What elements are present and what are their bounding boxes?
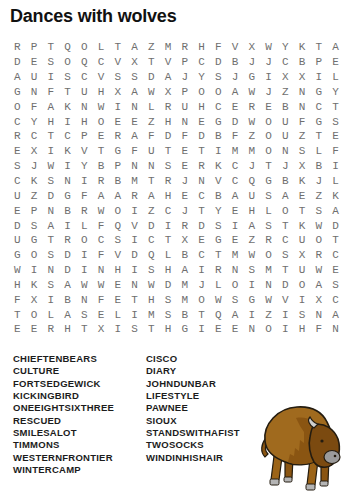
- grid-cell-r8c1: E: [9, 144, 26, 159]
- word-bank-column-2: CISCODIARYJOHNDUNBARLIFESTYLEPAWNEESIOUX…: [146, 353, 240, 464]
- grid-cell-r1c11: R: [177, 40, 194, 55]
- grid-cell-r7c9: F: [143, 129, 160, 144]
- grid-cell-r12c9: Z: [143, 203, 160, 218]
- grid-cell-r13c1: D: [9, 218, 26, 233]
- bison-hoof: [320, 481, 328, 486]
- grid-cell-r17c19: A: [311, 278, 328, 293]
- word-item: STANDSWITHAFIST: [146, 427, 240, 439]
- grid-cell-r6c7: E: [110, 114, 127, 129]
- grid-cell-r11c16: S: [260, 188, 277, 203]
- grid-cell-r2c2: E: [26, 55, 43, 70]
- grid-cell-r4c7: X: [110, 85, 127, 100]
- grid-cell-r3c7: S: [110, 70, 127, 85]
- grid-cell-r8c19: L: [311, 144, 328, 159]
- grid-cell-r12c10: C: [160, 203, 177, 218]
- word-item: WINTERCAMP: [13, 464, 146, 476]
- grid-cell-r14c20: T: [327, 233, 344, 248]
- grid-cell-r7c11: F: [177, 129, 194, 144]
- grid-cell-r12c15: H: [244, 203, 261, 218]
- grid-cell-r13c2: S: [26, 218, 43, 233]
- grid-cell-r2c1: D: [9, 55, 26, 70]
- grid-cell-r7c15: Z: [244, 129, 261, 144]
- grid-cell-r20c4: H: [59, 322, 76, 337]
- grid-cell-r3c16: I: [260, 70, 277, 85]
- grid-cell-r10c8: M: [126, 174, 143, 189]
- grid-cell-r15c5: I: [76, 248, 93, 263]
- grid-cell-r18c6: F: [93, 292, 110, 307]
- grid-cell-r6c15: W: [244, 114, 261, 129]
- grid-cell-r7c10: D: [160, 129, 177, 144]
- grid-cell-r1c17: Y: [277, 40, 294, 55]
- grid-cell-r16c6: N: [93, 263, 110, 278]
- grid-cell-r11c6: A: [93, 188, 110, 203]
- grid-cell-r5c19: C: [311, 99, 328, 114]
- grid-cell-r20c20: N: [327, 322, 344, 337]
- grid-cell-r13c12: D: [193, 218, 210, 233]
- grid-cell-r16c16: M: [260, 263, 277, 278]
- grid-cell-r15c11: B: [177, 248, 194, 263]
- grid-cell-r2c14: B: [227, 55, 244, 70]
- grid-cell-r8c6: T: [93, 144, 110, 159]
- grid-cell-r4c5: U: [76, 85, 93, 100]
- grid-cell-r2c11: P: [177, 55, 194, 70]
- grid-cell-r18c15: G: [244, 292, 261, 307]
- grid-cell-r10c18: K: [294, 174, 311, 189]
- grid-cell-r9c14: C: [227, 159, 244, 174]
- grid-cell-r17c1: H: [9, 278, 26, 293]
- grid-cell-r2c12: C: [193, 55, 210, 70]
- grid-cell-r1c5: O: [76, 40, 93, 55]
- grid-cell-r12c3: N: [43, 203, 60, 218]
- grid-cell-r11c14: A: [227, 188, 244, 203]
- grid-cell-r20c1: E: [9, 322, 26, 337]
- word-search-worksheet: Dances with wolves RPTQOLTAZMRHFVXWYKTAD…: [0, 0, 353, 500]
- bison-hoof: [270, 479, 279, 485]
- grid-cell-r8c5: V: [76, 144, 93, 159]
- grid-cell-r19c8: I: [126, 307, 143, 322]
- grid-cell-r15c20: C: [327, 248, 344, 263]
- word-item: PAWNEE: [146, 402, 240, 414]
- grid-cell-r17c10: D: [160, 278, 177, 293]
- grid-cell-r4c8: A: [126, 85, 143, 100]
- grid-cell-r3c9: D: [143, 70, 160, 85]
- grid-cell-r13c17: T: [277, 218, 294, 233]
- grid-cell-r15c9: Q: [143, 248, 160, 263]
- grid-cell-r18c14: S: [227, 292, 244, 307]
- grid-cell-r11c11: E: [177, 188, 194, 203]
- grid-cell-r19c2: O: [26, 307, 43, 322]
- grid-cell-r17c11: M: [177, 278, 194, 293]
- grid-cell-r13c18: K: [294, 218, 311, 233]
- grid-cell-r14c1: U: [9, 233, 26, 248]
- word-item: SIOUX: [146, 415, 240, 427]
- grid-cell-r5c9: L: [143, 99, 160, 114]
- grid-cell-r12c19: S: [311, 203, 328, 218]
- grid-cell-r7c18: Z: [294, 129, 311, 144]
- grid-cell-r4c15: W: [244, 85, 261, 100]
- grid-cell-r8c9: U: [143, 144, 160, 159]
- grid-cell-r15c7: V: [110, 248, 127, 263]
- grid-cell-r17c4: A: [59, 278, 76, 293]
- grid-cell-r6c11: N: [177, 114, 194, 129]
- grid-cell-r15c18: X: [294, 248, 311, 263]
- word-item: TIMMONS: [13, 439, 146, 451]
- grid-cell-r11c3: D: [43, 188, 60, 203]
- grid-cell-r20c17: I: [277, 322, 294, 337]
- grid-cell-r19c20: A: [327, 307, 344, 322]
- grid-cell-r7c17: U: [277, 129, 294, 144]
- grid-cell-r9c12: R: [193, 159, 210, 174]
- grid-cell-r1c6: L: [93, 40, 110, 55]
- word-item: CHIEFTENBEARS: [13, 353, 146, 365]
- grid-cell-r18c3: I: [43, 292, 60, 307]
- grid-cell-r20c16: O: [260, 322, 277, 337]
- grid-cell-r14c13: G: [210, 233, 227, 248]
- grid-cell-r4c17: Z: [277, 85, 294, 100]
- grid-cell-r11c13: B: [210, 188, 227, 203]
- grid-cell-r14c10: T: [160, 233, 177, 248]
- grid-cell-r10c19: J: [311, 174, 328, 189]
- grid-cell-r10c12: N: [193, 174, 210, 189]
- grid-cell-r17c20: S: [327, 278, 344, 293]
- grid-cell-r18c12: O: [193, 292, 210, 307]
- grid-cell-r1c1: R: [9, 40, 26, 55]
- grid-cell-r19c9: M: [143, 307, 160, 322]
- grid-cell-r18c17: V: [277, 292, 294, 307]
- grid-cell-r8c13: I: [210, 144, 227, 159]
- grid-cell-r17c7: E: [110, 278, 127, 293]
- grid-cell-r4c2: N: [26, 85, 43, 100]
- grid-cell-r5c6: W: [93, 99, 110, 114]
- grid-cell-r19c11: B: [177, 307, 194, 322]
- word-item: WESTERNFRONTIER: [13, 452, 146, 464]
- grid-cell-r8c10: T: [160, 144, 177, 159]
- grid-cell-r19c13: Q: [210, 307, 227, 322]
- grid-cell-r16c10: H: [160, 263, 177, 278]
- grid-cell-r18c18: I: [294, 292, 311, 307]
- grid-cell-r1c16: W: [260, 40, 277, 55]
- grid-cell-r16c18: U: [294, 263, 311, 278]
- grid-cell-r10c9: T: [143, 174, 160, 189]
- grid-cell-r9c3: W: [43, 159, 60, 174]
- grid-cell-r5c4: K: [59, 99, 76, 114]
- grid-cell-r15c17: S: [277, 248, 294, 263]
- grid-cell-r7c3: T: [43, 129, 60, 144]
- grid-cell-r17c12: J: [193, 278, 210, 293]
- grid-cell-r1c7: T: [110, 40, 127, 55]
- page-title: Dances with wolves: [10, 6, 176, 27]
- grid-cell-r4c10: X: [160, 85, 177, 100]
- grid-cell-r20c19: F: [311, 322, 328, 337]
- grid-cell-r8c11: E: [177, 144, 194, 159]
- grid-cell-r10c2: K: [26, 174, 43, 189]
- grid-cell-r12c18: T: [294, 203, 311, 218]
- grid-cell-r7c20: E: [327, 129, 344, 144]
- bison-eye: [320, 439, 323, 442]
- grid-cell-r17c15: I: [244, 278, 261, 293]
- grid-cell-r20c18: H: [294, 322, 311, 337]
- grid-cell-r4c11: P: [177, 85, 194, 100]
- word-item: DIARY: [146, 365, 240, 377]
- grid-cell-r13c6: F: [93, 218, 110, 233]
- grid-cell-r16c8: I: [126, 263, 143, 278]
- grid-cell-r10c15: Q: [244, 174, 261, 189]
- grid-cell-r20c12: I: [193, 322, 210, 337]
- grid-cell-r16c5: I: [76, 263, 93, 278]
- grid-cell-r10c17: B: [277, 174, 294, 189]
- grid-cell-r2c13: D: [210, 55, 227, 70]
- grid-cell-r6c1: C: [9, 114, 26, 129]
- word-item: RESCUED: [13, 415, 146, 427]
- grid-cell-r13c13: S: [210, 218, 227, 233]
- grid-cell-r3c12: Y: [193, 70, 210, 85]
- grid-cell-r10c6: R: [93, 174, 110, 189]
- grid-cell-r11c4: G: [59, 188, 76, 203]
- grid-cell-r4c6: H: [93, 85, 110, 100]
- grid-cell-r2c17: C: [277, 55, 294, 70]
- grid-cell-r10c5: I: [76, 174, 93, 189]
- grid-cell-r9c9: N: [143, 159, 160, 174]
- grid-cell-r8c4: K: [59, 144, 76, 159]
- grid-cell-r14c8: I: [126, 233, 143, 248]
- grid-cell-r2c3: S: [43, 55, 60, 70]
- grid-cell-r15c15: W: [244, 248, 261, 263]
- grid-cell-r9c20: I: [327, 159, 344, 174]
- grid-cell-r5c12: H: [193, 99, 210, 114]
- grid-cell-r5c20: T: [327, 99, 344, 114]
- grid-cell-r9c8: N: [126, 159, 143, 174]
- grid-cell-r10c4: N: [59, 174, 76, 189]
- grid-cell-r10c16: G: [260, 174, 277, 189]
- grid-cell-r12c13: Y: [210, 203, 227, 218]
- grid-cell-r8c18: S: [294, 144, 311, 159]
- grid-cell-r5c1: O: [9, 99, 26, 114]
- word-item: TWOSOCKS: [146, 439, 240, 451]
- bison-nostril: [334, 455, 337, 458]
- grid-cell-r14c19: O: [311, 233, 328, 248]
- grid-cell-r12c16: L: [260, 203, 277, 218]
- grid-cell-r10c7: B: [110, 174, 127, 189]
- grid-cell-r6c6: O: [93, 114, 110, 129]
- grid-cell-r5c3: A: [43, 99, 60, 114]
- grid-cell-r15c2: O: [26, 248, 43, 263]
- grid-cell-r6c12: E: [193, 114, 210, 129]
- grid-cell-r17c3: S: [43, 278, 60, 293]
- grid-cell-r11c19: Z: [311, 188, 328, 203]
- grid-cell-r16c9: S: [143, 263, 160, 278]
- grid-cell-r14c6: C: [93, 233, 110, 248]
- grid-cell-r16c7: H: [110, 263, 127, 278]
- grid-cell-r8c8: F: [126, 144, 143, 159]
- grid-cell-r5c17: B: [277, 99, 294, 114]
- grid-cell-r20c6: X: [93, 322, 110, 337]
- grid-cell-r10c11: J: [177, 174, 194, 189]
- grid-cell-r5c15: R: [244, 99, 261, 114]
- grid-cell-r3c4: S: [59, 70, 76, 85]
- grid-cell-r14c18: U: [294, 233, 311, 248]
- grid-cell-r5c13: C: [210, 99, 227, 114]
- grid-cell-r11c20: K: [327, 188, 344, 203]
- grid-cell-r8c16: O: [260, 144, 277, 159]
- grid-cell-r6c17: U: [277, 114, 294, 129]
- grid-cell-r5c5: N: [76, 99, 93, 114]
- grid-cell-r18c4: B: [59, 292, 76, 307]
- word-item: SMILESALOT: [13, 427, 146, 439]
- grid-cell-r17c14: O: [227, 278, 244, 293]
- grid-cell-r15c16: O: [260, 248, 277, 263]
- grid-cell-r20c13: E: [210, 322, 227, 337]
- grid-cell-r20c11: G: [177, 322, 194, 337]
- grid-cell-r12c20: A: [327, 203, 344, 218]
- grid-cell-r10c10: R: [160, 174, 177, 189]
- grid-cell-r2c19: P: [311, 55, 328, 70]
- word-item: CULTURE: [13, 365, 146, 377]
- grid-cell-r1c18: K: [294, 40, 311, 55]
- bison-hoof: [306, 484, 315, 490]
- grid-cell-r19c14: A: [227, 307, 244, 322]
- grid-cell-r17c13: L: [210, 278, 227, 293]
- grid-cell-r1c14: V: [227, 40, 244, 55]
- grid-cell-r16c19: W: [311, 263, 328, 278]
- grid-cell-r15c8: D: [126, 248, 143, 263]
- grid-cell-r1c9: Z: [143, 40, 160, 55]
- word-item: CISCO: [146, 353, 240, 365]
- grid-cell-r3c13: S: [210, 70, 227, 85]
- grid-cell-r9c10: S: [160, 159, 177, 174]
- grid-cell-r18c7: E: [110, 292, 127, 307]
- grid-cell-r7c8: A: [126, 129, 143, 144]
- grid-cell-r1c3: T: [43, 40, 60, 55]
- grid-cell-r16c13: R: [210, 263, 227, 278]
- grid-cell-r13c5: L: [76, 218, 93, 233]
- grid-cell-r6c20: S: [327, 114, 344, 129]
- grid-cell-r13c15: A: [244, 218, 261, 233]
- grid-cell-r11c10: H: [160, 188, 177, 203]
- grid-cell-r13c4: I: [59, 218, 76, 233]
- grid-cell-r3c2: U: [26, 70, 43, 85]
- bison-muzzle: [324, 451, 340, 464]
- grid-cell-r7c4: C: [59, 129, 76, 144]
- grid-cell-r4c12: O: [193, 85, 210, 100]
- grid-cell-r19c10: S: [160, 307, 177, 322]
- grid-cell-r11c8: R: [126, 188, 143, 203]
- grid-cell-r7c19: T: [311, 129, 328, 144]
- grid-cell-r10c13: V: [210, 174, 227, 189]
- grid-cell-r6c5: H: [76, 114, 93, 129]
- grid-cell-r15c14: M: [227, 248, 244, 263]
- grid-cell-r6c16: O: [260, 114, 277, 129]
- grid-cell-r2c15: J: [244, 55, 261, 70]
- grid-cell-r16c2: I: [26, 263, 43, 278]
- grid-cell-r7c6: E: [93, 129, 110, 144]
- grid-cell-r7c5: P: [76, 129, 93, 144]
- grid-cell-r15c3: S: [43, 248, 60, 263]
- grid-cell-r1c8: A: [126, 40, 143, 55]
- grid-cell-r9c7: P: [110, 159, 127, 174]
- grid-cell-r9c5: Y: [76, 159, 93, 174]
- grid-cell-r13c11: R: [177, 218, 194, 233]
- bison-hoof: [284, 477, 292, 482]
- grid-cell-r19c19: N: [311, 307, 328, 322]
- grid-cell-r3c3: I: [43, 70, 60, 85]
- grid-cell-r19c18: S: [294, 307, 311, 322]
- word-item: LIFESTYLE: [146, 390, 240, 402]
- grid-cell-r15c12: C: [193, 248, 210, 263]
- grid-cell-r19c12: T: [193, 307, 210, 322]
- word-item: FORTSEDGEWICK: [13, 378, 146, 390]
- grid-cell-r11c18: E: [294, 188, 311, 203]
- grid-cell-r3c15: G: [244, 70, 261, 85]
- grid-cell-r13c14: I: [227, 218, 244, 233]
- grid-cell-r5c18: N: [294, 99, 311, 114]
- grid-cell-r6c9: Z: [143, 114, 160, 129]
- grid-cell-r6c8: E: [126, 114, 143, 129]
- grid-cell-r5c10: R: [160, 99, 177, 114]
- grid-cell-r3c10: A: [160, 70, 177, 85]
- grid-cell-r6c13: G: [210, 114, 227, 129]
- grid-cell-r10c20: L: [327, 174, 344, 189]
- grid-cell-r14c5: O: [76, 233, 93, 248]
- grid-cell-r9c6: B: [93, 159, 110, 174]
- grid-cell-r12c2: P: [26, 203, 43, 218]
- grid-cell-r9c17: J: [277, 159, 294, 174]
- grid-cell-r18c10: S: [160, 292, 177, 307]
- grid-cell-r17c5: W: [76, 278, 93, 293]
- grid-cell-r5c7: I: [110, 99, 127, 114]
- grid-cell-r5c8: N: [126, 99, 143, 114]
- grid-cell-r7c7: R: [110, 129, 127, 144]
- grid-cell-r1c10: M: [160, 40, 177, 55]
- grid-cell-r5c2: F: [26, 99, 43, 114]
- grid-cell-r16c4: D: [59, 263, 76, 278]
- grid-cell-r14c12: E: [193, 233, 210, 248]
- grid-cell-r12c1: E: [9, 203, 26, 218]
- grid-cell-r1c19: T: [311, 40, 328, 55]
- grid-cell-r1c20: A: [327, 40, 344, 55]
- grid-cell-r14c17: C: [277, 233, 294, 248]
- grid-cell-r7c1: R: [9, 129, 26, 144]
- grid-cell-r6c14: D: [227, 114, 244, 129]
- grid-cell-r15c19: R: [311, 248, 328, 263]
- grid-cell-r15c1: G: [9, 248, 26, 263]
- grid-cell-r18c9: H: [143, 292, 160, 307]
- grid-cell-r8c20: F: [327, 144, 344, 159]
- grid-cell-r18c8: T: [126, 292, 143, 307]
- grid-cell-r15c4: D: [59, 248, 76, 263]
- grid-cell-r3c5: C: [76, 70, 93, 85]
- grid-cell-r18c19: X: [311, 292, 328, 307]
- word-item: WINDINHISHAIR: [146, 452, 240, 464]
- grid-cell-r2c20: E: [327, 55, 344, 70]
- grid-cell-r2c10: V: [160, 55, 177, 70]
- grid-cell-r14c15: Z: [244, 233, 261, 248]
- grid-cell-r2c4: O: [59, 55, 76, 70]
- grid-cell-r4c4: T: [59, 85, 76, 100]
- grid-cell-r13c20: D: [327, 218, 344, 233]
- grid-cell-r19c1: T: [9, 307, 26, 322]
- grid-cell-r3c19: I: [311, 70, 328, 85]
- grid-cell-r12c6: W: [93, 203, 110, 218]
- grid-cell-r20c2: E: [26, 322, 43, 337]
- grid-cell-r9c2: J: [26, 159, 43, 174]
- grid-cell-r19c5: S: [76, 307, 93, 322]
- grid-cell-r7c2: C: [26, 129, 43, 144]
- grid-cell-r16c20: E: [327, 263, 344, 278]
- grid-cell-r2c9: T: [143, 55, 160, 70]
- grid-cell-r7c16: O: [260, 129, 277, 144]
- grid-cell-r3c18: X: [294, 70, 311, 85]
- grid-cell-r15c13: T: [210, 248, 227, 263]
